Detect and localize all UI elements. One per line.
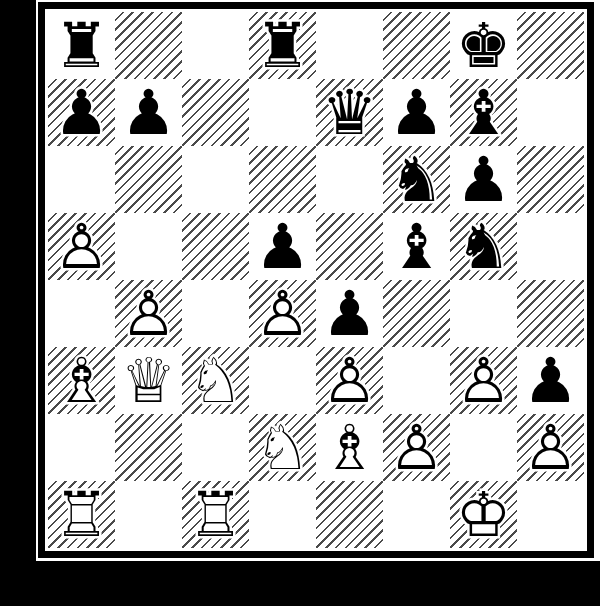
white-rook-halo: ♜ (48, 481, 115, 548)
chessboard: ♜♜♜♜♚♚♟♟♟♟♛♛♟♟♝♝♞♞♟♟♟♙♟♟♝♝♞♞♟♙♟♙♟♟♝♗♛♕♞♘… (48, 12, 584, 548)
square-f1[interactable] (383, 481, 450, 548)
square-b4[interactable]: ♟♙ (115, 280, 182, 347)
square-c4[interactable] (182, 280, 249, 347)
square-g4[interactable] (450, 280, 517, 347)
black-bishop-g7: ♝ (450, 79, 517, 146)
black-pawn-halo: ♟ (249, 213, 316, 280)
square-g3[interactable]: ♟♙ (450, 347, 517, 414)
square-h6[interactable] (517, 146, 584, 213)
square-h8[interactable] (517, 12, 584, 79)
square-d8[interactable]: ♜♜ (249, 12, 316, 79)
square-c7[interactable] (182, 79, 249, 146)
white-rook-halo: ♜ (182, 481, 249, 548)
square-f7[interactable]: ♟♟ (383, 79, 450, 146)
black-bishop-halo: ♝ (450, 79, 517, 146)
square-h4[interactable] (517, 280, 584, 347)
square-h7[interactable] (517, 79, 584, 146)
black-king-g8: ♚ (450, 12, 517, 79)
black-knight-f6: ♞ (383, 146, 450, 213)
white-rook-c1: ♖ (182, 481, 249, 548)
black-pawn-halo: ♟ (517, 347, 584, 414)
square-f4[interactable] (383, 280, 450, 347)
square-e5[interactable] (316, 213, 383, 280)
square-b2[interactable] (115, 414, 182, 481)
white-pawn-halo: ♟ (316, 347, 383, 414)
white-pawn-d4: ♙ (249, 280, 316, 347)
square-a6[interactable] (48, 146, 115, 213)
black-pawn-g6: ♟ (450, 146, 517, 213)
square-c2[interactable] (182, 414, 249, 481)
square-f8[interactable] (383, 12, 450, 79)
black-pawn-halo: ♟ (48, 79, 115, 146)
square-h5[interactable] (517, 213, 584, 280)
black-rook-a8: ♜ (48, 12, 115, 79)
square-d6[interactable] (249, 146, 316, 213)
black-pawn-a7: ♟ (48, 79, 115, 146)
square-d3[interactable] (249, 347, 316, 414)
square-e4[interactable]: ♟♟ (316, 280, 383, 347)
square-g8[interactable]: ♚♚ (450, 12, 517, 79)
square-b3[interactable]: ♛♕ (115, 347, 182, 414)
square-a1[interactable]: ♜♖ (48, 481, 115, 548)
black-rook-halo: ♜ (249, 12, 316, 79)
white-pawn-halo: ♟ (450, 347, 517, 414)
black-bishop-halo: ♝ (383, 213, 450, 280)
black-queen-e7: ♛ (316, 79, 383, 146)
white-pawn-halo: ♟ (115, 280, 182, 347)
square-f6[interactable]: ♞♞ (383, 146, 450, 213)
square-c5[interactable] (182, 213, 249, 280)
black-pawn-e4: ♟ (316, 280, 383, 347)
black-rook-halo: ♜ (48, 12, 115, 79)
square-b8[interactable] (115, 12, 182, 79)
square-e3[interactable]: ♟♙ (316, 347, 383, 414)
square-c3[interactable]: ♞♘ (182, 347, 249, 414)
black-king-halo: ♚ (450, 12, 517, 79)
white-pawn-e3: ♙ (316, 347, 383, 414)
square-c8[interactable] (182, 12, 249, 79)
black-pawn-halo: ♟ (316, 280, 383, 347)
square-a5[interactable]: ♟♙ (48, 213, 115, 280)
square-f3[interactable] (383, 347, 450, 414)
black-queen-halo: ♛ (316, 79, 383, 146)
square-d5[interactable]: ♟♟ (249, 213, 316, 280)
square-b5[interactable] (115, 213, 182, 280)
square-h1[interactable] (517, 481, 584, 548)
white-bishop-a3: ♗ (48, 347, 115, 414)
diagram-page: ♜♜♜♜♚♚♟♟♟♟♛♛♟♟♝♝♞♞♟♟♟♙♟♟♝♝♞♞♟♙♟♙♟♟♝♗♛♕♞♘… (36, 0, 600, 561)
white-pawn-b4: ♙ (115, 280, 182, 347)
square-f5[interactable]: ♝♝ (383, 213, 450, 280)
square-g7[interactable]: ♝♝ (450, 79, 517, 146)
square-b6[interactable] (115, 146, 182, 213)
white-pawn-halo: ♟ (517, 414, 584, 481)
black-knight-g5: ♞ (450, 213, 517, 280)
white-bishop-halo: ♝ (316, 414, 383, 481)
white-bishop-halo: ♝ (48, 347, 115, 414)
white-queen-b3: ♕ (115, 347, 182, 414)
white-pawn-halo: ♟ (383, 414, 450, 481)
white-knight-c3: ♘ (182, 347, 249, 414)
square-e2[interactable]: ♝♗ (316, 414, 383, 481)
black-pawn-d5: ♟ (249, 213, 316, 280)
black-pawn-halo: ♟ (383, 79, 450, 146)
square-c6[interactable] (182, 146, 249, 213)
square-f2[interactable]: ♟♙ (383, 414, 450, 481)
white-pawn-f2: ♙ (383, 414, 450, 481)
square-b7[interactable]: ♟♟ (115, 79, 182, 146)
black-pawn-b7: ♟ (115, 79, 182, 146)
white-knight-d2: ♘ (249, 414, 316, 481)
black-pawn-f7: ♟ (383, 79, 450, 146)
white-pawn-g3: ♙ (450, 347, 517, 414)
square-g1[interactable]: ♚♔ (450, 481, 517, 548)
white-pawn-h2: ♙ (517, 414, 584, 481)
square-d4[interactable]: ♟♙ (249, 280, 316, 347)
square-h3[interactable]: ♟♟ (517, 347, 584, 414)
white-rook-a1: ♖ (48, 481, 115, 548)
white-pawn-a5: ♙ (48, 213, 115, 280)
black-knight-halo: ♞ (450, 213, 517, 280)
black-knight-halo: ♞ (383, 146, 450, 213)
square-c1[interactable]: ♜♖ (182, 481, 249, 548)
square-a3[interactable]: ♝♗ (48, 347, 115, 414)
square-d1[interactable] (249, 481, 316, 548)
white-queen-halo: ♛ (115, 347, 182, 414)
square-e6[interactable] (316, 146, 383, 213)
square-a2[interactable] (48, 414, 115, 481)
square-g6[interactable]: ♟♟ (450, 146, 517, 213)
square-a4[interactable] (48, 280, 115, 347)
square-e8[interactable] (316, 12, 383, 79)
white-bishop-e2: ♗ (316, 414, 383, 481)
black-pawn-halo: ♟ (115, 79, 182, 146)
square-g2[interactable] (450, 414, 517, 481)
square-d2[interactable]: ♞♘ (249, 414, 316, 481)
square-a7[interactable]: ♟♟ (48, 79, 115, 146)
white-king-g1: ♔ (450, 481, 517, 548)
white-pawn-halo: ♟ (48, 213, 115, 280)
white-knight-halo: ♞ (182, 347, 249, 414)
white-knight-halo: ♞ (249, 414, 316, 481)
square-e7[interactable]: ♛♛ (316, 79, 383, 146)
white-king-halo: ♚ (450, 481, 517, 548)
black-bishop-f5: ♝ (383, 213, 450, 280)
white-pawn-halo: ♟ (249, 280, 316, 347)
square-g5[interactable]: ♞♞ (450, 213, 517, 280)
board-frame: ♜♜♜♜♚♚♟♟♟♟♛♛♟♟♝♝♞♞♟♟♟♙♟♟♝♝♞♞♟♙♟♙♟♟♝♗♛♕♞♘… (38, 2, 594, 558)
square-b1[interactable] (115, 481, 182, 548)
square-d7[interactable] (249, 79, 316, 146)
square-h2[interactable]: ♟♙ (517, 414, 584, 481)
black-rook-d8: ♜ (249, 12, 316, 79)
square-a8[interactable]: ♜♜ (48, 12, 115, 79)
black-pawn-h3: ♟ (517, 347, 584, 414)
square-e1[interactable] (316, 481, 383, 548)
black-pawn-halo: ♟ (450, 146, 517, 213)
